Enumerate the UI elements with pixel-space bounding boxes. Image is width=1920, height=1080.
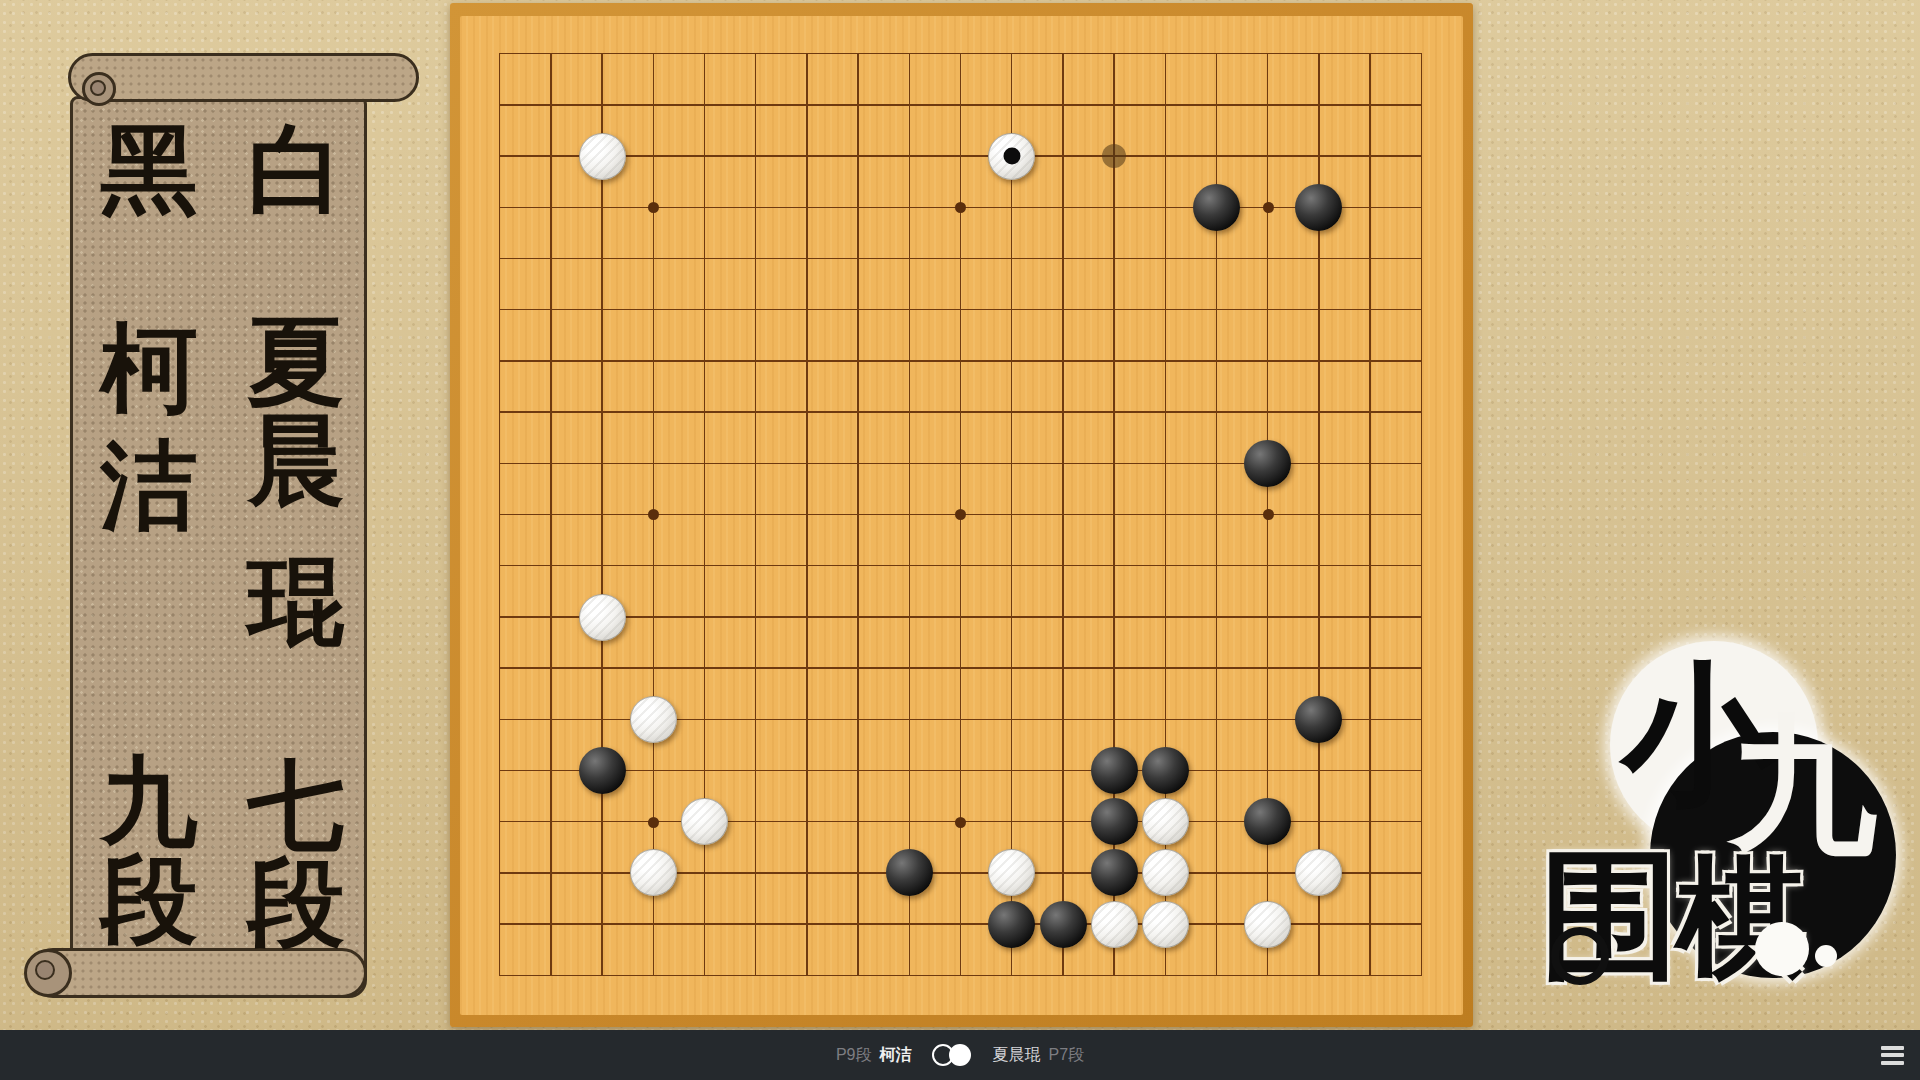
scroll-bottom-curl — [24, 949, 72, 997]
white-stone-E4 — [681, 798, 728, 845]
white-stone-N2 — [1091, 901, 1138, 948]
black-stone-J3 — [886, 849, 933, 896]
white-stone-O2 — [1142, 901, 1189, 948]
scroll-char-left-4: 段 — [101, 852, 198, 949]
black-stone-R6 — [1295, 696, 1342, 743]
stones-toggle-icon[interactable] — [932, 1044, 973, 1067]
scroll-char-left-0: 黑 — [101, 122, 198, 219]
black-player-name: 柯洁 — [880, 1045, 912, 1066]
black-stone-L2 — [988, 901, 1035, 948]
white-stone-C8 — [579, 594, 626, 641]
white-stone-icon — [949, 1044, 971, 1066]
scroll-char-right-5: 段 — [248, 855, 345, 952]
black-stone-N3 — [1091, 849, 1138, 896]
white-stone-Q2 — [1244, 901, 1291, 948]
black-stone-C5 — [579, 747, 626, 794]
black-stone-Q11 — [1244, 440, 1291, 487]
scroll-top-curl — [82, 72, 116, 106]
logo-outlined-stone-icon — [1551, 927, 1609, 985]
scroll-char-right-1: 夏 — [248, 314, 345, 411]
logo-white-dot-icon — [1755, 922, 1809, 976]
scroll-char-left-1: 柯 — [101, 321, 198, 418]
menu-icon[interactable] — [1881, 1042, 1904, 1068]
scroll-char-right-0: 白 — [248, 122, 345, 219]
board-surface[interactable] — [460, 16, 1463, 1015]
last-move-marker — [1003, 148, 1020, 165]
scroll-char-right-4: 七 — [248, 758, 345, 855]
scroll-char-left-3: 九 — [101, 754, 198, 851]
white-stone-R3 — [1295, 849, 1342, 896]
white-stone-L3 — [988, 849, 1035, 896]
bottom-bar: P9段 柯洁 夏晨琨 P7段 — [0, 1030, 1920, 1080]
logo-white-dot-small-icon — [1815, 945, 1837, 967]
black-stone-N5 — [1091, 747, 1138, 794]
scroll-char-right-2: 晨 — [248, 413, 345, 510]
white-stone-L17 — [988, 133, 1035, 180]
app-logo: 小 九 围 棋 — [1520, 618, 1920, 1018]
players-status: P9段 柯洁 夏晨琨 P7段 — [836, 1044, 1084, 1067]
player-scroll: 白夏晨琨七段黑柯洁九段 — [0, 0, 445, 1020]
black-stone-M2 — [1040, 901, 1087, 948]
white-player-name: 夏晨琨 — [993, 1045, 1041, 1066]
white-stone-D3 — [630, 849, 677, 896]
black-stone-O5 — [1142, 747, 1189, 794]
black-player-rank: P9段 — [836, 1045, 872, 1066]
black-stone-Q4 — [1244, 798, 1291, 845]
app-screen: 白夏晨琨七段黑柯洁九段 小 九 围 棋 P9段 柯洁 夏晨琨 P7段 — [0, 0, 1920, 1080]
white-player-rank: P7段 — [1049, 1045, 1085, 1066]
board-stones-grid[interactable] — [474, 28, 1447, 1001]
black-stone-N4 — [1091, 798, 1138, 845]
white-stone-O4 — [1142, 798, 1189, 845]
black-stone-R16 — [1295, 184, 1342, 231]
go-board — [450, 3, 1473, 1027]
white-stone-O3 — [1142, 849, 1189, 896]
scroll-top-rod — [68, 53, 419, 102]
scroll-char-left-2: 洁 — [101, 438, 198, 535]
black-stone-P16 — [1193, 184, 1240, 231]
white-stone-D6 — [630, 696, 677, 743]
scroll-char-right-3: 琨 — [248, 554, 345, 651]
white-stone-C17 — [579, 133, 626, 180]
logo-char-jiu: 九 — [1729, 712, 1877, 860]
ghost-stone-N17 — [1102, 144, 1126, 168]
